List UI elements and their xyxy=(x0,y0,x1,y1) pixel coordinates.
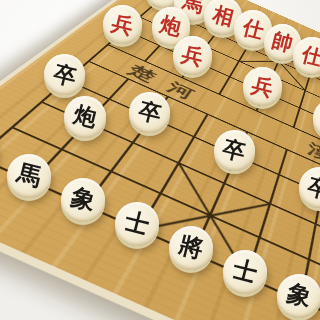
red-soldier-piece[interactable]: 兵 xyxy=(103,5,142,44)
piece-glyph: 相 xyxy=(211,4,236,29)
piece-glyph: 仕 xyxy=(240,17,265,42)
piece-glyph: 將 xyxy=(177,233,206,262)
black-general-piece[interactable]: 將 xyxy=(169,226,213,270)
photo-stage: 楚河 漢界 車馬相仕帥仕相馬車炮炮兵兵兵兵兵卒卒卒卒卒炮炮車馬象士將士象馬車 xyxy=(0,0,320,320)
black-horse-piece[interactable]: 馬 xyxy=(7,154,51,198)
piece-glyph: 炮 xyxy=(72,103,99,130)
black-advisor-piece[interactable]: 士 xyxy=(223,250,267,294)
piece-glyph: 卒 xyxy=(306,174,320,201)
black-elephant-piece[interactable]: 象 xyxy=(277,274,320,318)
black-soldier-piece[interactable]: 卒 xyxy=(214,130,255,171)
black-soldier-piece[interactable]: 卒 xyxy=(299,167,320,208)
piece-glyph: 炮 xyxy=(158,14,183,39)
black-soldier-piece[interactable]: 卒 xyxy=(44,54,85,95)
piece-glyph: 兵 xyxy=(180,43,206,69)
red-soldier-piece[interactable]: 兵 xyxy=(313,99,320,138)
piece-glyph: 車 xyxy=(151,0,176,2)
piece-glyph: 卒 xyxy=(221,137,248,164)
piece-glyph: 兵 xyxy=(250,74,276,100)
piece-glyph: 仕 xyxy=(300,43,320,68)
black-elephant-piece[interactable]: 象 xyxy=(61,178,105,222)
red-advisor-piece[interactable]: 仕 xyxy=(293,37,320,75)
piece-glyph: 象 xyxy=(285,281,314,310)
piece-glyph: 士 xyxy=(123,209,152,238)
red-soldier-piece[interactable]: 兵 xyxy=(243,67,282,106)
black-cannon-piece[interactable]: 炮 xyxy=(64,96,106,138)
piece-glyph: 卒 xyxy=(51,61,78,88)
piece-glyph: 兵 xyxy=(110,12,136,38)
red-soldier-piece[interactable]: 兵 xyxy=(173,36,212,75)
pieces-layer: 車馬相仕帥仕相馬車炮炮兵兵兵兵兵卒卒卒卒卒炮炮車馬象士將士象馬車 xyxy=(0,0,320,320)
black-advisor-piece[interactable]: 士 xyxy=(115,202,159,246)
piece-glyph: 象 xyxy=(69,185,98,214)
piece-glyph: 卒 xyxy=(136,99,163,126)
piece-glyph: 帥 xyxy=(270,30,295,55)
piece-glyph: 馬 xyxy=(15,161,44,190)
piece-glyph: 士 xyxy=(231,257,260,286)
black-soldier-piece[interactable]: 卒 xyxy=(129,92,170,133)
